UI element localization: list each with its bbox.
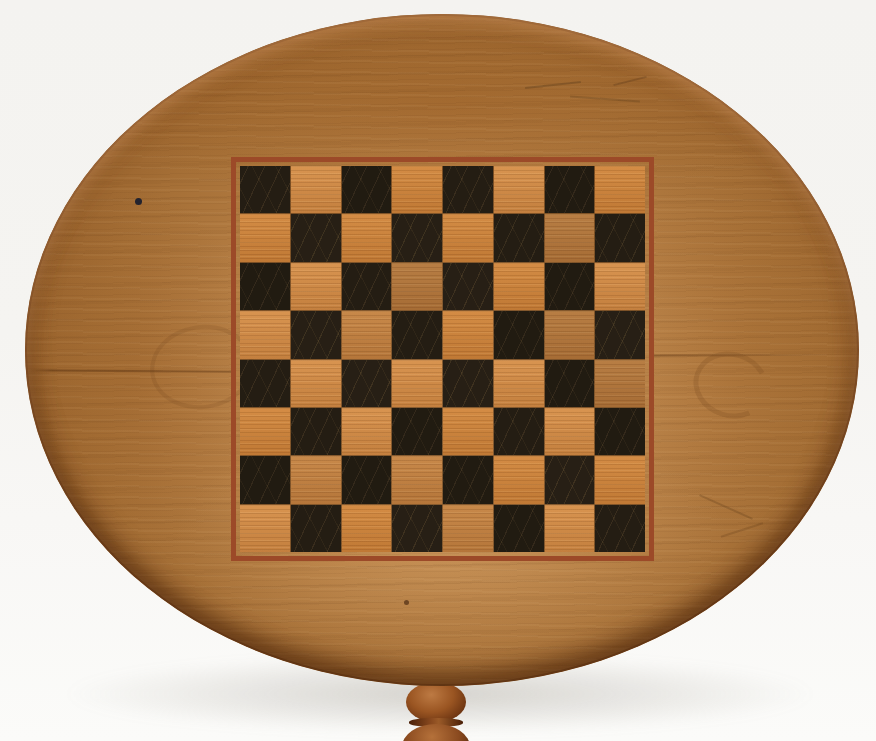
table-rim-bevel [25, 14, 859, 686]
photo-canvas [0, 0, 876, 741]
oval-table-top [25, 14, 859, 686]
pedestal-turning-upper [406, 682, 466, 722]
pedestal-turning-lower [402, 724, 470, 741]
